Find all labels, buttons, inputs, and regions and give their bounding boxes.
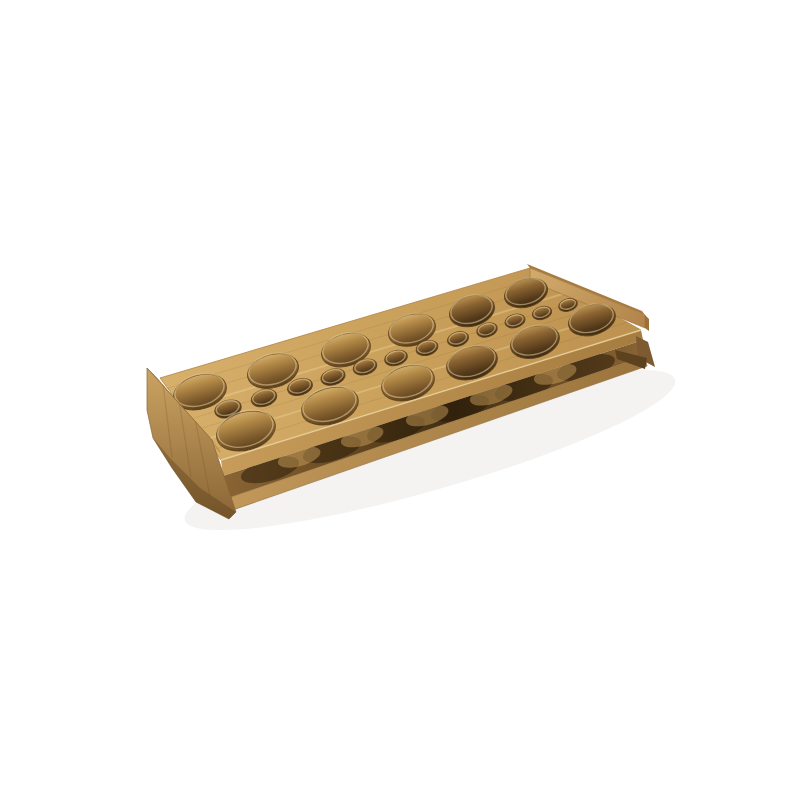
bamboo-rack-photo: Angled photo of an empty bamboo wooden d… [0,0,800,800]
bamboo-rack-illustration: Angled photo of an empty bamboo wooden d… [0,0,800,800]
right-end-rail-corner [645,315,649,331]
photo-canvas: Angled photo of an empty bamboo wooden d… [0,0,800,800]
